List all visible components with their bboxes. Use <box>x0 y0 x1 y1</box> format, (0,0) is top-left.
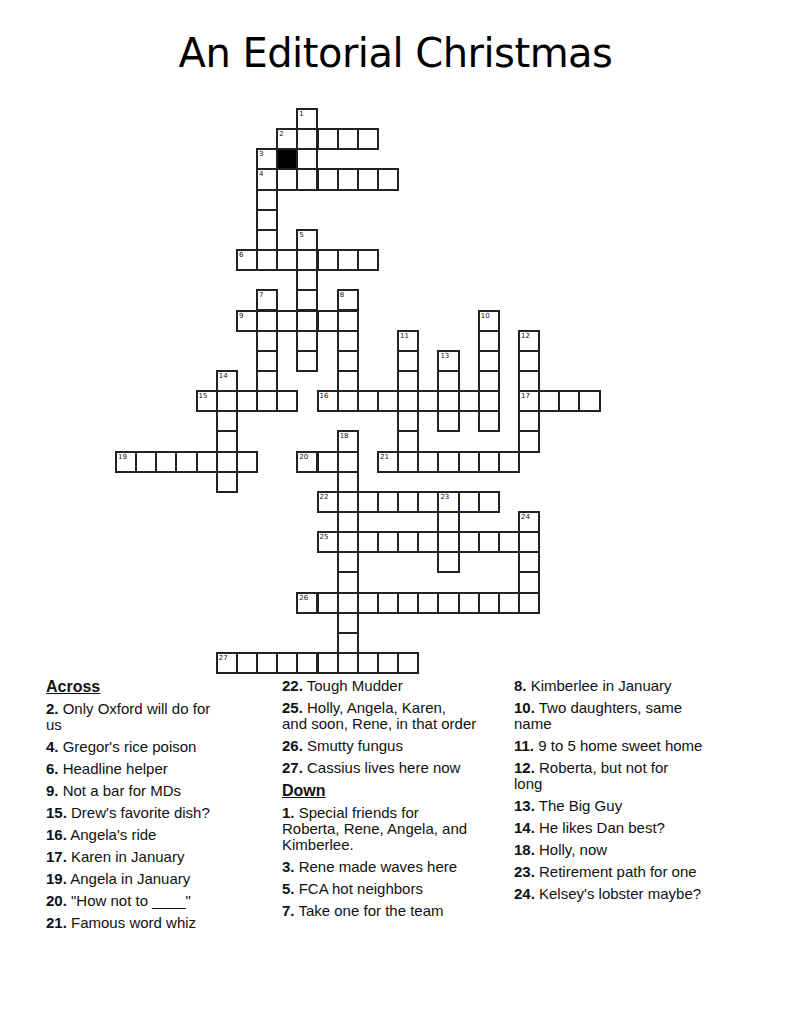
cell-r14-c11[interactable] <box>337 390 359 412</box>
down-clue-12: 12. Roberta, but not for long <box>514 760 774 792</box>
cell-r24-c12[interactable] <box>357 592 379 614</box>
cell-r21-c18[interactable] <box>478 531 500 553</box>
cell-r17-c0[interactable]: 19 <box>115 451 137 473</box>
cell-r27-c12[interactable] <box>357 652 379 674</box>
clue-number: 14. <box>514 819 535 836</box>
clue-text: He likes Dan best? <box>535 819 665 836</box>
cell-r20-c16[interactable] <box>437 511 459 533</box>
cell-r1-c8[interactable]: 2 <box>276 128 298 150</box>
cell-r21-c11[interactable] <box>337 531 359 553</box>
clue-number: 13. <box>514 797 535 814</box>
clue-text: Headline helper <box>59 760 168 777</box>
cell-r2-c9[interactable] <box>296 148 318 170</box>
clue-text: Two daughters, same name <box>514 699 682 732</box>
cell-r13-c11[interactable] <box>337 370 359 392</box>
cell-r17-c13[interactable]: 21 <box>377 451 399 473</box>
down-clue-7: 7. Take one for the team <box>282 903 524 919</box>
cell-number: 2 <box>279 130 283 138</box>
cell-r14-c6[interactable] <box>236 390 258 412</box>
cell-r17-c18[interactable] <box>478 451 500 473</box>
clue-text: 9 to 5 home sweet home <box>534 737 702 754</box>
down-clue-23: 23. Retirement path for one <box>514 864 774 880</box>
cell-r13-c14[interactable] <box>397 370 419 392</box>
cell-r17-c3[interactable] <box>175 451 197 473</box>
cell-r7-c9[interactable] <box>296 249 318 271</box>
cell-r3-c13[interactable] <box>377 168 399 190</box>
cell-r11-c7[interactable] <box>256 330 278 352</box>
cell-r24-c11[interactable] <box>337 592 359 614</box>
cell-r22-c20[interactable] <box>518 551 540 573</box>
down-clue-14: 14. He likes Dan best? <box>514 820 774 836</box>
cell-number: 17 <box>521 392 530 400</box>
cell-r27-c14[interactable] <box>397 652 419 674</box>
cell-r24-c18[interactable] <box>478 592 500 614</box>
across-clue-2: 2. Only Oxford will do for us <box>46 701 284 733</box>
cell-r14-c10[interactable]: 16 <box>317 390 339 412</box>
cell-r13-c20[interactable] <box>518 370 540 392</box>
cell-number: 25 <box>320 533 329 541</box>
cell-r22-c11[interactable] <box>337 551 359 573</box>
cell-r26-c11[interactable] <box>337 632 359 654</box>
clue-text: The Big Guy <box>535 797 622 814</box>
cell-r17-c1[interactable] <box>135 451 157 473</box>
clue-number: 18. <box>514 841 535 858</box>
cell-r16-c5[interactable] <box>216 430 238 452</box>
clue-text: Retirement path for one <box>535 863 697 880</box>
cell-r14-c13[interactable] <box>377 390 399 412</box>
clue-number: 2. <box>46 700 59 717</box>
down-clue-11: 11. 9 to 5 home sweet home <box>514 738 774 754</box>
cell-r27-c8[interactable] <box>276 652 298 674</box>
cell-r21-c12[interactable] <box>357 531 379 553</box>
clue-text: "How not to ____" <box>67 892 191 909</box>
cell-r27-c13[interactable] <box>377 652 399 674</box>
cell-r3-c11[interactable] <box>337 168 359 190</box>
cell-r19-c14[interactable] <box>397 491 419 513</box>
cell-r19-c13[interactable] <box>377 491 399 513</box>
cell-number: 7 <box>259 291 263 299</box>
cell-r17-c2[interactable] <box>155 451 177 473</box>
cell-r13-c18[interactable] <box>478 370 500 392</box>
across-clue-25: 25. Holly, Angela, Karen, and soon, Rene… <box>282 700 524 732</box>
cell-r24-c16[interactable] <box>437 592 459 614</box>
cell-r19-c16[interactable]: 23 <box>437 491 459 513</box>
cell-r27-c7[interactable] <box>256 652 278 674</box>
down-clue-18: 18. Holly, now <box>514 842 774 858</box>
cell-number: 15 <box>199 392 208 400</box>
cell-number: 3 <box>259 150 263 158</box>
cell-number: 6 <box>239 251 243 259</box>
cell-r1-c9[interactable] <box>296 128 318 150</box>
clue-number: 4. <box>46 738 59 755</box>
cell-number: 20 <box>299 453 308 461</box>
cell-r3-c8[interactable] <box>276 168 298 190</box>
clue-column-middle: 22. Tough Mudder25. Holly, Angela, Karen… <box>282 678 524 925</box>
cell-r19-c10[interactable]: 22 <box>317 491 339 513</box>
across-clue-22: 22. Tough Mudder <box>282 678 524 694</box>
cell-r9-c11[interactable]: 8 <box>337 289 359 311</box>
across-clue-17: 17. Karen in January <box>46 849 284 865</box>
cell-r7-c7[interactable] <box>256 249 278 271</box>
down-header: Down <box>282 782 524 799</box>
clue-number: 6. <box>46 760 59 777</box>
cell-r14-c7[interactable] <box>256 390 278 412</box>
cell-r12-c20[interactable] <box>518 350 540 372</box>
cell-r10-c10[interactable] <box>317 310 339 332</box>
crossword-grid: 1234567891011121314151617181920212223242… <box>115 108 605 678</box>
cell-r21-c16[interactable] <box>437 531 459 553</box>
cell-r27-c9[interactable] <box>296 652 318 674</box>
clue-text: Famous word whiz <box>67 914 196 931</box>
clue-number: 12. <box>514 759 535 776</box>
clue-text: Kimberlee in January <box>527 677 672 694</box>
clue-text: Angela's ride <box>67 826 157 843</box>
cell-r1-c11[interactable] <box>337 128 359 150</box>
cell-number: 5 <box>299 231 303 239</box>
cell-r11-c9[interactable] <box>296 330 318 352</box>
cell-r10-c11[interactable] <box>337 310 359 332</box>
cell-r17-c10[interactable] <box>317 451 339 473</box>
cell-r0-c9[interactable]: 1 <box>296 108 318 130</box>
across-clue-19: 19. Angela in January <box>46 871 284 887</box>
down-clue-13: 13. The Big Guy <box>514 798 774 814</box>
clue-number: 27. <box>282 759 303 776</box>
page-title: An Editorial Christmas <box>0 30 791 76</box>
cell-r3-c9[interactable] <box>296 168 318 190</box>
clue-number: 26. <box>282 737 303 754</box>
cell-r14-c12[interactable] <box>357 390 379 412</box>
across-clue-15: 15. Drew's favorite dish? <box>46 805 284 821</box>
clue-number: 19. <box>46 870 67 887</box>
cell-r10-c8[interactable] <box>276 310 298 332</box>
cell-r12-c9[interactable] <box>296 350 318 372</box>
cell-r16-c14[interactable] <box>397 430 419 452</box>
cell-r13-c7[interactable] <box>256 370 278 392</box>
clue-number: 7. <box>282 902 295 919</box>
cell-r12-c11[interactable] <box>337 350 359 372</box>
clue-text: Drew's favorite dish? <box>67 804 210 821</box>
clue-number: 15. <box>46 804 67 821</box>
cell-r15-c20[interactable] <box>518 410 540 432</box>
clue-number: 3. <box>282 858 295 875</box>
cell-number: 16 <box>320 392 329 400</box>
cell-r10-c7[interactable] <box>256 310 278 332</box>
cell-r10-c6[interactable]: 9 <box>236 310 258 332</box>
cell-r9-c7[interactable]: 7 <box>256 289 278 311</box>
cell-r13-c5[interactable]: 14 <box>216 370 238 392</box>
cell-r24-c20[interactable] <box>518 592 540 614</box>
cell-r25-c11[interactable] <box>337 612 359 634</box>
across-clue-21: 21. Famous word whiz <box>46 915 284 931</box>
clue-text: Cassius lives here now <box>303 759 461 776</box>
cell-r10-c9[interactable] <box>296 310 318 332</box>
cell-r27-c5[interactable]: 27 <box>216 652 238 674</box>
clue-text: Karen in January <box>67 848 185 865</box>
clue-number: 5. <box>282 880 295 897</box>
cell-r19-c11[interactable] <box>337 491 359 513</box>
cell-r27-c11[interactable] <box>337 652 359 674</box>
cell-number: 14 <box>219 372 228 380</box>
cell-r14-c17[interactable] <box>458 390 480 412</box>
cell-r21-c10[interactable]: 25 <box>317 531 339 553</box>
cell-r15-c5[interactable] <box>216 410 238 432</box>
clue-column-right: 8. Kimberlee in January10. Two daughters… <box>514 678 774 908</box>
cell-r6-c7[interactable] <box>256 229 278 251</box>
cell-number: 19 <box>118 453 127 461</box>
cell-r9-c9[interactable] <box>296 289 318 311</box>
cell-r19-c18[interactable] <box>478 491 500 513</box>
cell-r14-c16[interactable] <box>437 390 459 412</box>
cell-number: 18 <box>340 432 349 440</box>
cell-r27-c10[interactable] <box>317 652 339 674</box>
across-clue-26: 26. Smutty fungus <box>282 738 524 754</box>
cell-r24-c14[interactable] <box>397 592 419 614</box>
cell-r7-c8[interactable] <box>276 249 298 271</box>
cell-r17-c14[interactable] <box>397 451 419 473</box>
cell-r17-c6[interactable] <box>236 451 258 473</box>
clue-text: Smutty fungus <box>303 737 403 754</box>
cell-number: 21 <box>380 453 389 461</box>
cell-r3-c10[interactable] <box>317 168 339 190</box>
cell-r24-c17[interactable] <box>458 592 480 614</box>
down-clue-3: 3. Rene made waves here <box>282 859 524 875</box>
cell-r19-c17[interactable] <box>458 491 480 513</box>
clue-text: Gregor's rice poison <box>59 738 197 755</box>
cell-r27-c6[interactable] <box>236 652 258 674</box>
clue-number: 1. <box>282 804 295 821</box>
cell-r10-c18[interactable]: 10 <box>478 310 500 332</box>
cell-r7-c12[interactable] <box>357 249 379 271</box>
cell-r19-c15[interactable] <box>417 491 439 513</box>
down-clue-5: 5. FCA hot neighbors <box>282 881 524 897</box>
cell-r17-c4[interactable] <box>196 451 218 473</box>
cell-number: 23 <box>440 493 449 501</box>
across-clue-20: 20. "How not to ____" <box>46 893 284 909</box>
clue-text: Rene made waves here <box>295 858 458 875</box>
cell-r14-c4[interactable]: 15 <box>196 390 218 412</box>
cell-r21-c17[interactable] <box>458 531 480 553</box>
cell-r3-c7[interactable]: 4 <box>256 168 278 190</box>
cell-r1-c10[interactable] <box>317 128 339 150</box>
cell-r14-c5[interactable] <box>216 390 238 412</box>
cell-r24-c13[interactable] <box>377 592 399 614</box>
clue-number: 17. <box>46 848 67 865</box>
clue-text: Not a bar for MDs <box>59 782 182 799</box>
down-clue-1: 1. Special friends for Roberta, Rene, An… <box>282 805 524 853</box>
cell-number: 26 <box>299 594 308 602</box>
cell-r23-c11[interactable] <box>337 571 359 593</box>
cell-r11-c18[interactable] <box>478 330 500 352</box>
cell-r5-c7[interactable] <box>256 209 278 231</box>
cell-r17-c17[interactable] <box>458 451 480 473</box>
cell-r22-c16[interactable] <box>437 551 459 573</box>
cell-r18-c11[interactable] <box>337 471 359 493</box>
cell-r17-c9[interactable]: 20 <box>296 451 318 473</box>
cell-number: 22 <box>320 493 329 501</box>
across-clue-4: 4. Gregor's rice poison <box>46 739 284 755</box>
across-clue-16: 16. Angela's ride <box>46 827 284 843</box>
cell-r4-c7[interactable] <box>256 189 278 211</box>
clue-text: Kelsey's lobster maybe? <box>535 885 701 902</box>
cell-r12-c18[interactable] <box>478 350 500 372</box>
cell-r8-c9[interactable] <box>296 269 318 291</box>
cell-r20-c11[interactable] <box>337 511 359 533</box>
cell-r16-c11[interactable]: 18 <box>337 430 359 452</box>
clue-number: 24. <box>514 885 535 902</box>
cell-r11-c20[interactable]: 12 <box>518 330 540 352</box>
cell-r15-c16[interactable] <box>437 410 459 432</box>
cell-r21-c20[interactable] <box>518 531 540 553</box>
clue-column-left: Across2. Only Oxford will do for us4. Gr… <box>46 678 284 937</box>
clue-text: Roberta, but not for long <box>514 759 668 792</box>
cell-r14-c18[interactable] <box>478 390 500 412</box>
cell-r14-c23[interactable] <box>578 390 600 412</box>
clue-text: Holly, now <box>535 841 607 858</box>
cell-number: 1 <box>299 110 303 118</box>
down-clue-8: 8. Kimberlee in January <box>514 678 774 694</box>
clue-number: 9. <box>46 782 59 799</box>
clue-number: 20. <box>46 892 67 909</box>
cell-r7-c6[interactable]: 6 <box>236 249 258 271</box>
cell-r7-c10[interactable] <box>317 249 339 271</box>
cell-r20-c20[interactable]: 24 <box>518 511 540 533</box>
cell-r23-c20[interactable] <box>518 571 540 593</box>
across-clue-6: 6. Headline helper <box>46 761 284 777</box>
down-clue-10: 10. Two daughters, same name <box>514 700 774 732</box>
cell-r24-c10[interactable] <box>317 592 339 614</box>
cell-r14-c15[interactable] <box>417 390 439 412</box>
cell-number: 8 <box>340 291 344 299</box>
cell-r12-c7[interactable] <box>256 350 278 372</box>
clue-text: Only Oxford will do for us <box>46 700 210 733</box>
clue-number: 25. <box>282 699 303 716</box>
cell-r13-c16[interactable] <box>437 370 459 392</box>
clue-text: Tough Mudder <box>303 677 403 694</box>
cell-number: 27 <box>219 654 228 662</box>
clue-text: Special friends for Roberta, Rene, Angel… <box>282 804 467 853</box>
cell-r14-c8[interactable] <box>276 390 298 412</box>
cell-r1-c12[interactable] <box>357 128 379 150</box>
cell-number: 10 <box>481 312 490 320</box>
page: { "title": "An Editorial Christmas", "ga… <box>0 0 791 1024</box>
cell-r17-c11[interactable] <box>337 451 359 473</box>
cell-number: 24 <box>521 513 530 521</box>
cell-r21-c14[interactable] <box>397 531 419 553</box>
cell-r6-c9[interactable]: 5 <box>296 229 318 251</box>
cell-r21-c13[interactable] <box>377 531 399 553</box>
cell-r24-c19[interactable] <box>498 592 520 614</box>
cell-r14-c20[interactable]: 17 <box>518 390 540 412</box>
cell-number: 13 <box>440 352 449 360</box>
cell-r15-c14[interactable] <box>397 410 419 432</box>
clue-number: 16. <box>46 826 67 843</box>
clue-text: Holly, Angela, Karen, and soon, Rene, in… <box>282 699 476 732</box>
cell-r21-c15[interactable] <box>417 531 439 553</box>
cell-r2-c8 <box>276 148 298 170</box>
across-clue-9: 9. Not a bar for MDs <box>46 783 284 799</box>
cell-number: 12 <box>521 332 530 340</box>
cell-r16-c20[interactable] <box>518 430 540 452</box>
clue-number: 21. <box>46 914 67 931</box>
clue-text: Angela in January <box>67 870 190 887</box>
clue-text: FCA hot neighbors <box>295 880 423 897</box>
clue-number: 23. <box>514 863 535 880</box>
cell-r24-c9[interactable]: 26 <box>296 592 318 614</box>
cell-number: 11 <box>400 332 409 340</box>
across-header: Across <box>46 678 284 695</box>
clue-number: 11. <box>514 737 534 754</box>
cell-r17-c16[interactable] <box>437 451 459 473</box>
cell-r14-c22[interactable] <box>558 390 580 412</box>
cell-r12-c16[interactable]: 13 <box>437 350 459 372</box>
cell-r11-c14[interactable]: 11 <box>397 330 419 352</box>
cell-r18-c5[interactable] <box>216 471 238 493</box>
down-clue-24: 24. Kelsey's lobster maybe? <box>514 886 774 902</box>
clue-number: 8. <box>514 677 527 694</box>
cell-number: 9 <box>239 312 243 320</box>
clue-number: 22. <box>282 677 303 694</box>
across-clue-27: 27. Cassius lives here now <box>282 760 524 776</box>
clue-number: 10. <box>514 699 535 716</box>
cell-r12-c14[interactable] <box>397 350 419 372</box>
cell-r2-c7[interactable]: 3 <box>256 148 278 170</box>
cell-r17-c15[interactable] <box>417 451 439 473</box>
cell-r7-c11[interactable] <box>337 249 359 271</box>
cell-r14-c21[interactable] <box>538 390 560 412</box>
cell-r3-c12[interactable] <box>357 168 379 190</box>
cell-r14-c14[interactable] <box>397 390 419 412</box>
cell-r17-c19[interactable] <box>498 451 520 473</box>
cell-r24-c15[interactable] <box>417 592 439 614</box>
cell-number: 4 <box>259 170 263 178</box>
clue-text: Take one for the team <box>295 902 444 919</box>
cell-r17-c5[interactable] <box>216 451 238 473</box>
cell-r21-c19[interactable] <box>498 531 520 553</box>
cell-r19-c12[interactable] <box>357 491 379 513</box>
cell-r11-c11[interactable] <box>337 330 359 352</box>
cell-r15-c18[interactable] <box>478 410 500 432</box>
